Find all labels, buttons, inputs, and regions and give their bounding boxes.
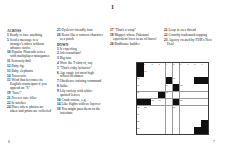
- grid-cell[interactable]: [144, 92, 151, 99]
- grid-cell[interactable]: 10: [144, 70, 151, 77]
- down-clue-9: 9 Lily variety with white-spotted leaves: [57, 90, 103, 98]
- cell-number: 18: [151, 99, 153, 101]
- cell-number: 15: [180, 84, 182, 86]
- grid-cell[interactable]: [201, 92, 208, 99]
- crossword-grid-container: 1234567891011121314151617181920212223242…: [136, 62, 209, 135]
- grid-cell[interactable]: [201, 113, 208, 120]
- clue-text: Sulks: [60, 84, 68, 88]
- grid-cell[interactable]: 23: [173, 106, 180, 113]
- grid-cell[interactable]: [194, 92, 201, 99]
- grid-cell[interactable]: [151, 70, 158, 77]
- grid-cell[interactable]: [187, 106, 194, 113]
- grid-cell[interactable]: 25: [137, 120, 144, 127]
- clue-column-across: ACROSS1 Ready to face anything5 Send a m…: [7, 29, 51, 115]
- clue-text: Word that becomes its English counterpar…: [10, 78, 47, 90]
- grid-cell[interactable]: [180, 77, 187, 84]
- grid-cell[interactable]: [158, 77, 165, 84]
- grid-cell[interactable]: [158, 127, 165, 134]
- grid-cell[interactable]: [151, 77, 158, 84]
- clue-text: Loop in on a thread: [168, 28, 195, 32]
- grid-cell[interactable]: 1: [144, 63, 151, 70]
- clue-text: Crash course, e.g.: [61, 98, 86, 102]
- clue-text: Agency created by FDR's New Deal: [167, 38, 212, 46]
- down-clue-23: 23 Agency created by FDR's New Deal: [164, 39, 216, 47]
- grid-cell[interactable]: [180, 127, 187, 134]
- clue-text: Dyslexic-friendly font: [61, 28, 92, 32]
- grid-cell[interactable]: [144, 127, 151, 134]
- cell-number: 16: [137, 91, 139, 93]
- cell-number: 3: [159, 63, 160, 65]
- clue-text: Place where photos are taken and prints …: [10, 105, 51, 113]
- grid-cell[interactable]: [151, 113, 158, 120]
- grid-cell[interactable]: [166, 120, 173, 127]
- clue-text: Baby elephants: [11, 69, 32, 73]
- grid-cell-black: [137, 70, 144, 77]
- cell-number: 11: [137, 77, 139, 79]
- grid-cell[interactable]: 18: [151, 99, 158, 106]
- grid-cell[interactable]: 8: [194, 63, 201, 70]
- cell-number: 7: [187, 63, 188, 65]
- grid-cell[interactable]: [187, 77, 194, 84]
- grid-cell[interactable]: [187, 99, 194, 106]
- grid-cell[interactable]: [158, 106, 165, 113]
- cell-number: 4: [166, 63, 167, 65]
- grid-cell[interactable]: 3: [158, 63, 165, 70]
- grid-cell[interactable]: 9: [201, 63, 208, 70]
- grid-cell[interactable]: 19: [158, 99, 165, 106]
- down-clue-16: 16 You might pass them on the interstate: [57, 108, 103, 116]
- grid-cell[interactable]: 7: [187, 63, 194, 70]
- grid-cell[interactable]: [187, 84, 194, 91]
- cell-number: 17: [166, 91, 168, 93]
- cell-number: 22: [144, 106, 146, 108]
- grid-cell[interactable]: 11: [137, 77, 144, 84]
- clue-text: Muppet whose Pakistani equivalent lives …: [113, 33, 156, 41]
- grid-cell[interactable]: 24: [137, 113, 144, 120]
- across-clue-26: 26 React like a cartoon character to a p…: [57, 34, 103, 42]
- grid-cell[interactable]: [187, 92, 194, 99]
- grid-cell[interactable]: [173, 70, 180, 77]
- grid-cell[interactable]: [194, 70, 201, 77]
- grid-cell[interactable]: [194, 99, 201, 106]
- clue-text: Age range for most high school freshmen: [60, 71, 94, 79]
- grid-cell[interactable]: [144, 120, 151, 127]
- grid-cell[interactable]: 21: [137, 106, 144, 113]
- clue-text: Is expecting: [60, 47, 77, 51]
- cell-number: 8: [194, 63, 195, 65]
- grid-cell[interactable]: 16: [137, 92, 144, 99]
- grid-cell[interactable]: [180, 70, 187, 77]
- grid-cell[interactable]: [151, 120, 158, 127]
- grid-cell-black: [194, 77, 201, 84]
- grid-cell[interactable]: [194, 106, 201, 113]
- cell-number: 9: [201, 63, 202, 65]
- grid-cell[interactable]: [158, 113, 165, 120]
- clue-text: You might pass them on the interstate: [60, 107, 100, 115]
- page-number-right: 7: [213, 140, 215, 144]
- grid-cell-black: [144, 99, 151, 106]
- grid-cell[interactable]: [194, 113, 201, 120]
- grid-cell[interactable]: [180, 113, 187, 120]
- grid-cell[interactable]: [187, 70, 194, 77]
- grid-cell[interactable]: [187, 113, 194, 120]
- grid-cell[interactable]: [201, 106, 208, 113]
- grid-cell-black: [158, 92, 165, 99]
- clue-text: "That's a wrap": [114, 28, 136, 32]
- clue-text: Lily variety with white-spotted leaves: [60, 89, 93, 97]
- across-clue-10: 10 Popular Nintendo series with multipla…: [7, 51, 51, 59]
- grid-cell-black: [173, 99, 180, 106]
- cell-number: 26: [137, 127, 139, 129]
- grid-cell[interactable]: [151, 84, 158, 91]
- grid-cell[interactable]: [187, 127, 194, 134]
- cell-number: 19: [159, 99, 161, 101]
- crossword-grid: 1234567891011121314151617181920212223242…: [136, 62, 209, 135]
- grid-cell[interactable]: [151, 127, 158, 134]
- grid-cell[interactable]: [166, 70, 173, 77]
- page-number-left: 6: [8, 140, 10, 144]
- grid-cell[interactable]: [201, 99, 208, 106]
- grid-cell[interactable]: [166, 113, 173, 120]
- clue-text: Tosca solo: [11, 74, 26, 78]
- grid-cell[interactable]: [166, 106, 173, 113]
- clue-text: Obedience training command: [60, 79, 101, 83]
- cell-number: 24: [137, 113, 139, 115]
- grid-cell[interactable]: 20: [180, 99, 187, 106]
- cell-number: 25: [137, 120, 139, 122]
- grid-cell[interactable]: 12: [173, 77, 180, 84]
- clue-text: "That's risky behavior": [60, 66, 92, 70]
- grid-cell-black: [137, 63, 144, 70]
- grid-cell[interactable]: [173, 92, 180, 99]
- clue-text: React like a cartoon character to a pinc…: [60, 33, 103, 41]
- crossword-page: 1 ACROSS1 Ready to face anything5 Send a…: [0, 0, 225, 150]
- grid-cell[interactable]: [173, 113, 180, 120]
- puzzle-number: 1: [0, 4, 225, 10]
- grid-cell-black: [201, 120, 208, 127]
- grid-cell[interactable]: [158, 70, 165, 77]
- grid-cell[interactable]: 26: [137, 127, 144, 134]
- grid-cell[interactable]: [166, 127, 173, 134]
- clue-text: Party fig.: [11, 64, 24, 68]
- cell-number: 12: [173, 77, 175, 79]
- grid-cell-black: [166, 77, 173, 84]
- cell-number: 20: [180, 99, 182, 101]
- grid-cell[interactable]: 6: [180, 63, 187, 70]
- cell-number: 10: [144, 70, 146, 72]
- clue-column-down: 25 Dyslexic-friendly font26 React like a…: [57, 29, 103, 117]
- grid-cell[interactable]: [194, 84, 201, 91]
- grid-cell[interactable]: [194, 120, 201, 127]
- clue-text: Like flights with no layover: [61, 102, 100, 106]
- cell-number: 21: [137, 106, 139, 108]
- grid-cell[interactable]: 14: [166, 84, 173, 91]
- cell-number: 5: [173, 63, 174, 65]
- grid-cell[interactable]: [144, 113, 151, 120]
- grid-cell[interactable]: [144, 84, 151, 91]
- grid-cell[interactable]: [180, 120, 187, 127]
- grid-cell[interactable]: [187, 120, 194, 127]
- clue-text: Crunchy trademark topping: [168, 33, 207, 37]
- grid-cell[interactable]: [180, 106, 187, 113]
- grid-cell[interactable]: 17: [166, 92, 173, 99]
- clue-text: Freezer case filler: [11, 96, 36, 100]
- grid-cell[interactable]: [158, 84, 165, 91]
- across-clue-24: 24 Place where photos are taken and prin…: [7, 106, 51, 114]
- clue-text: Ready to face anything: [10, 33, 42, 37]
- grid-cell-black: [173, 84, 180, 91]
- across-clue-5: 5 Send a message to a stranger's inbox w…: [7, 39, 51, 51]
- across-clue-15: 15 Word that becomes its English counter…: [7, 79, 51, 91]
- grid-cell[interactable]: 5: [173, 63, 180, 70]
- grid-cell[interactable]: 2: [151, 63, 158, 70]
- grid-cell[interactable]: [144, 77, 151, 84]
- grid-cell[interactable]: [173, 127, 180, 134]
- grid-cell[interactable]: 22: [144, 106, 151, 113]
- clue-text: Wore the T-shirt of, say: [60, 61, 93, 65]
- grid-cell[interactable]: [151, 106, 158, 113]
- grid-cell-black: [201, 77, 208, 84]
- grid-cell[interactable]: [173, 120, 180, 127]
- grid-cell[interactable]: [166, 99, 173, 106]
- grid-cell[interactable]: [201, 70, 208, 77]
- grid-cell-black: [137, 99, 144, 106]
- clue-column-down-2: 17 "That's a wrap"18 Muppet whose Pakist…: [110, 29, 162, 47]
- grid-cell[interactable]: 15: [180, 84, 187, 91]
- grid-cell[interactable]: 4: [166, 63, 173, 70]
- grid-cell[interactable]: [151, 92, 158, 99]
- down-clue-18: 18 Muppet whose Pakistani equivalent liv…: [110, 34, 162, 42]
- clue-text: Big fuss: [60, 56, 72, 60]
- grid-cell[interactable]: [201, 84, 208, 91]
- clue-text: Send a message to a stranger's inbox wit…: [10, 38, 44, 50]
- grid-cell-black: [201, 127, 208, 134]
- down-clue-20: 20 Birdhouse builder: [110, 43, 162, 47]
- cell-number: 14: [166, 84, 168, 86]
- clue-text: "Sure!": [11, 91, 21, 95]
- grid-cell[interactable]: [158, 120, 165, 127]
- clue-text: Job consultant?: [60, 51, 82, 55]
- grid-cell[interactable]: [180, 92, 187, 99]
- cell-number: 2: [151, 63, 152, 65]
- grid-cell[interactable]: 13: [137, 84, 144, 91]
- clue-text: Seriously dull: [11, 59, 31, 63]
- down-clue-6: 6 Age range for most high school freshme…: [57, 72, 103, 80]
- clue-text: Popular Nintendo series with multiplayer…: [10, 50, 49, 58]
- clue-text: Birdhouse builder: [114, 42, 139, 46]
- clue-text: In stitches: [11, 101, 25, 105]
- cell-number: 23: [173, 106, 175, 108]
- cell-number: 6: [180, 63, 181, 65]
- clue-column-down-3: 21 Loop in on a thread22 Crunchy tradema…: [164, 29, 216, 47]
- cell-number: 1: [144, 63, 145, 65]
- grid-cell-black: [194, 127, 201, 134]
- cell-number: 13: [137, 84, 139, 86]
